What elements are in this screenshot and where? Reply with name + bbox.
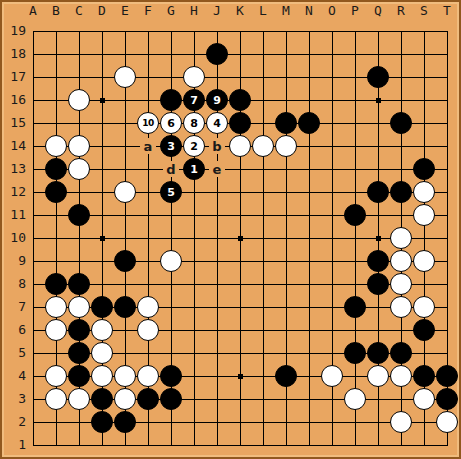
stone-white-H17 [183,66,205,88]
stone-black-K15 [229,112,251,134]
stone-white-R10 [390,227,412,249]
stone-white-M14 [275,135,297,157]
stone-black-D3 [91,388,113,410]
stone-white-C3 [68,388,90,410]
row-label-12: 12 [2,184,26,200]
row-label-14: 14 [2,138,26,154]
stone-black-B12 [45,181,67,203]
stone-white-B14 [45,135,67,157]
star-point-D16 [100,98,105,103]
col-label-E: E [117,3,133,19]
stone-white-K14 [229,135,251,157]
col-label-F: F [140,3,156,19]
col-label-B: B [48,3,64,19]
col-label-P: P [347,3,363,19]
stone-black-S4 [413,365,435,387]
row-label-7: 7 [2,299,26,315]
stone-white-R7 [390,296,412,318]
col-label-J: J [209,3,225,19]
stone-white-E4 [114,365,136,387]
stone-black-D2 [91,411,113,433]
stone-white-O4 [321,365,343,387]
grid-line-vertical [263,31,264,446]
stone-black-K16 [229,89,251,111]
row-label-9: 9 [2,253,26,269]
stone-white-move2-H14: 2 [183,135,205,157]
stone-black-F3 [137,388,159,410]
col-label-R: R [393,3,409,19]
stone-black-G3 [160,388,182,410]
col-label-L: L [255,3,271,19]
grid-line-vertical [355,31,356,446]
col-label-M: M [278,3,294,19]
row-label-17: 17 [2,69,26,85]
col-label-C: C [71,3,87,19]
stone-white-B4 [45,365,67,387]
stone-white-C7 [68,296,90,318]
stone-white-S12 [413,181,435,203]
stone-black-T3 [436,388,458,410]
col-label-Q: Q [370,3,386,19]
stone-black-R12 [390,181,412,203]
stone-white-S7 [413,296,435,318]
point-label-e: e [209,161,225,177]
stone-black-move7-H16: 7 [183,89,205,111]
row-label-10: 10 [2,230,26,246]
col-label-N: N [301,3,317,19]
stone-white-Q4 [367,365,389,387]
col-label-A: A [25,3,41,19]
stone-white-R2 [390,411,412,433]
col-label-G: G [163,3,179,19]
stone-black-move3-G14: 3 [160,135,182,157]
stone-black-Q8 [367,273,389,295]
stone-black-P5 [344,342,366,364]
grid-line-vertical [309,31,310,446]
star-point-K10 [238,236,243,241]
stone-black-Q9 [367,250,389,272]
stone-white-F4 [137,365,159,387]
stone-black-P7 [344,296,366,318]
stone-black-T4 [436,365,458,387]
stone-black-move1-H13: 1 [183,158,205,180]
stone-white-D5 [91,342,113,364]
row-label-6: 6 [2,322,26,338]
stone-white-S11 [413,204,435,226]
stone-white-G9 [160,250,182,272]
stone-black-S13 [413,158,435,180]
stone-black-M15 [275,112,297,134]
stone-black-Q5 [367,342,389,364]
stone-white-R8 [390,273,412,295]
point-label-a: a [140,138,156,154]
point-label-b: b [209,138,225,154]
row-label-2: 2 [2,414,26,430]
col-label-K: K [232,3,248,19]
stone-white-B6 [45,319,67,341]
stone-white-E12 [114,181,136,203]
row-label-16: 16 [2,92,26,108]
stone-black-M4 [275,365,297,387]
stone-white-move8-H15: 8 [183,112,205,134]
stone-white-D4 [91,365,113,387]
stone-white-move6-G15: 6 [160,112,182,134]
stone-black-C4 [68,365,90,387]
stone-white-R4 [390,365,412,387]
stone-black-S6 [413,319,435,341]
stone-black-Q12 [367,181,389,203]
row-label-1: 1 [2,437,26,453]
stone-white-C14 [68,135,90,157]
stone-black-G4 [160,365,182,387]
star-point-Q10 [376,236,381,241]
stone-white-S9 [413,250,435,272]
stone-black-B13 [45,158,67,180]
stone-white-S3 [413,388,435,410]
row-label-19: 19 [2,23,26,39]
star-point-Q16 [376,98,381,103]
stone-black-E9 [114,250,136,272]
stone-black-J18 [206,43,228,65]
stone-black-R15 [390,112,412,134]
row-label-4: 4 [2,368,26,384]
star-point-D10 [100,236,105,241]
stone-white-E3 [114,388,136,410]
row-label-3: 3 [2,391,26,407]
stone-white-E17 [114,66,136,88]
row-label-18: 18 [2,46,26,62]
stone-black-G16 [160,89,182,111]
stone-white-move10-F15: 10 [137,112,159,134]
stone-white-D6 [91,319,113,341]
row-label-8: 8 [2,276,26,292]
col-label-T: T [439,3,455,19]
stone-black-N15 [298,112,320,134]
point-label-d: d [163,161,179,177]
stone-white-C16 [68,89,90,111]
stone-black-C8 [68,273,90,295]
stone-white-R9 [390,250,412,272]
row-label-5: 5 [2,345,26,361]
stone-white-move4-J15: 4 [206,112,228,134]
stone-white-P3 [344,388,366,410]
col-label-D: D [94,3,110,19]
star-point-K4 [238,374,243,379]
stone-white-C13 [68,158,90,180]
stone-black-P11 [344,204,366,226]
stone-white-L14 [252,135,274,157]
grid-line-horizontal [33,445,448,446]
col-label-S: S [416,3,432,19]
stone-black-move5-G12: 5 [160,181,182,203]
stone-black-B8 [45,273,67,295]
stone-black-E7 [114,296,136,318]
row-label-13: 13 [2,161,26,177]
stone-black-E2 [114,411,136,433]
stone-black-C6 [68,319,90,341]
stone-black-C11 [68,204,90,226]
stone-white-B7 [45,296,67,318]
stone-black-move9-J16: 9 [206,89,228,111]
stone-black-Q17 [367,66,389,88]
stone-black-C5 [68,342,90,364]
row-label-11: 11 [2,207,26,223]
col-label-O: O [324,3,340,19]
col-label-H: H [186,3,202,19]
stone-white-B3 [45,388,67,410]
stone-white-T2 [436,411,458,433]
row-label-15: 15 [2,115,26,131]
stone-white-F7 [137,296,159,318]
go-board-diagram[interactable]: ABCDEFGHJKLMNOPQRST191817161514131211109… [0,0,461,459]
stone-black-D7 [91,296,113,318]
stone-black-R5 [390,342,412,364]
stone-white-F6 [137,319,159,341]
